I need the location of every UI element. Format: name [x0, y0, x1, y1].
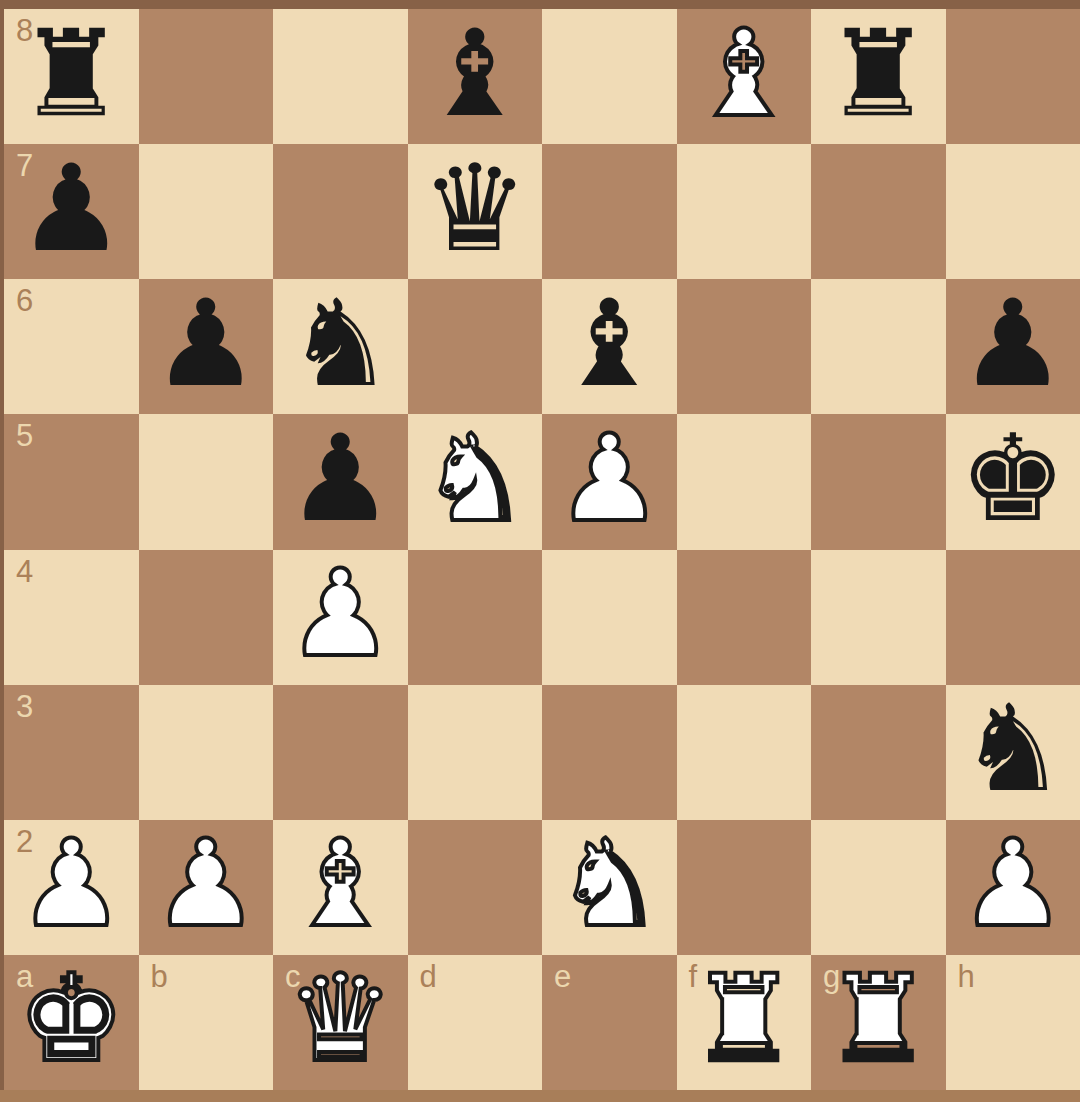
square-c6[interactable]: ♞: [273, 279, 408, 414]
square-f2[interactable]: [677, 820, 812, 955]
square-h8[interactable]: [946, 9, 1080, 144]
white-pawn[interactable]: ♟: [17, 824, 125, 944]
square-e5[interactable]: ♟: [542, 414, 677, 549]
square-a7[interactable]: 7♟: [4, 144, 139, 279]
square-g2[interactable]: [811, 820, 946, 955]
square-f5[interactable]: [677, 414, 812, 549]
square-f7[interactable]: [677, 144, 812, 279]
square-e6[interactable]: ♝: [542, 279, 677, 414]
square-c1[interactable]: c♛: [273, 955, 408, 1090]
square-h4[interactable]: [946, 550, 1080, 685]
white-knight[interactable]: ♞: [555, 824, 663, 944]
square-h5[interactable]: ♚: [946, 414, 1080, 549]
square-b1[interactable]: b: [139, 955, 274, 1090]
white-rook[interactable]: ♜: [824, 959, 932, 1079]
square-f4[interactable]: [677, 550, 812, 685]
square-d5[interactable]: ♞: [408, 414, 543, 549]
white-knight[interactable]: ♞: [421, 419, 529, 539]
file-label-d: d: [420, 961, 437, 992]
square-a8[interactable]: 8♜: [4, 9, 139, 144]
square-b2[interactable]: ♟: [139, 820, 274, 955]
square-c8[interactable]: [273, 9, 408, 144]
square-f8[interactable]: ♝: [677, 9, 812, 144]
white-pawn[interactable]: ♟: [959, 824, 1067, 944]
square-e2[interactable]: ♞: [542, 820, 677, 955]
black-bishop[interactable]: ♝: [555, 284, 663, 404]
black-pawn[interactable]: ♟: [959, 284, 1067, 404]
black-pawn[interactable]: ♟: [152, 284, 260, 404]
black-king[interactable]: ♚: [959, 419, 1067, 539]
square-a1[interactable]: a♚: [4, 955, 139, 1090]
square-g4[interactable]: [811, 550, 946, 685]
square-g1[interactable]: g♜: [811, 955, 946, 1090]
square-e1[interactable]: e: [542, 955, 677, 1090]
rank-label-6: 6: [16, 285, 33, 316]
black-rook[interactable]: ♜: [824, 14, 932, 134]
black-rook[interactable]: ♜: [17, 14, 125, 134]
square-c2[interactable]: ♝: [273, 820, 408, 955]
board-bottom-strip: [0, 1090, 1080, 1102]
rank-label-4: 4: [16, 556, 33, 587]
white-queen[interactable]: ♛: [286, 959, 394, 1079]
white-king[interactable]: ♚: [17, 959, 125, 1079]
square-a2[interactable]: 2♟: [4, 820, 139, 955]
square-f1[interactable]: f♜: [677, 955, 812, 1090]
square-a5[interactable]: 5: [4, 414, 139, 549]
square-b4[interactable]: [139, 550, 274, 685]
square-b7[interactable]: [139, 144, 274, 279]
file-label-b: b: [151, 961, 168, 992]
square-d3[interactable]: [408, 685, 543, 820]
square-a6[interactable]: 6: [4, 279, 139, 414]
square-d2[interactable]: [408, 820, 543, 955]
square-c7[interactable]: [273, 144, 408, 279]
chess-app: 8♜♝♝♜7♟♛6♟♞♝♟5♟♞♟♚4♟3♞2♟♟♝♞♟a♚bc♛def♜g♜h: [0, 0, 1080, 1102]
white-bishop[interactable]: ♝: [286, 824, 394, 944]
square-d6[interactable]: [408, 279, 543, 414]
rank-label-5: 5: [16, 420, 33, 451]
black-knight[interactable]: ♞: [959, 689, 1067, 809]
white-pawn[interactable]: ♟: [555, 419, 663, 539]
square-e4[interactable]: [542, 550, 677, 685]
chess-board: 8♜♝♝♜7♟♛6♟♞♝♟5♟♞♟♚4♟3♞2♟♟♝♞♟a♚bc♛def♜g♜h: [4, 9, 1080, 1090]
square-g7[interactable]: [811, 144, 946, 279]
square-f6[interactable]: [677, 279, 812, 414]
file-label-e: e: [554, 961, 571, 992]
square-g5[interactable]: [811, 414, 946, 549]
square-a4[interactable]: 4: [4, 550, 139, 685]
white-pawn[interactable]: ♟: [286, 554, 394, 674]
square-h6[interactable]: ♟: [946, 279, 1080, 414]
square-g3[interactable]: [811, 685, 946, 820]
square-d1[interactable]: d: [408, 955, 543, 1090]
square-c4[interactable]: ♟: [273, 550, 408, 685]
white-pawn[interactable]: ♟: [152, 824, 260, 944]
square-h2[interactable]: ♟: [946, 820, 1080, 955]
file-label-h: h: [958, 961, 975, 992]
square-b8[interactable]: [139, 9, 274, 144]
square-h1[interactable]: h: [946, 955, 1080, 1090]
black-pawn[interactable]: ♟: [286, 419, 394, 539]
square-e7[interactable]: [542, 144, 677, 279]
white-bishop[interactable]: ♝: [690, 14, 798, 134]
square-g6[interactable]: [811, 279, 946, 414]
square-a3[interactable]: 3: [4, 685, 139, 820]
square-h7[interactable]: [946, 144, 1080, 279]
square-d4[interactable]: [408, 550, 543, 685]
rank-label-3: 3: [16, 691, 33, 722]
square-h3[interactable]: ♞: [946, 685, 1080, 820]
white-rook[interactable]: ♜: [690, 959, 798, 1079]
square-c3[interactable]: [273, 685, 408, 820]
square-c5[interactable]: ♟: [273, 414, 408, 549]
square-f3[interactable]: [677, 685, 812, 820]
square-b6[interactable]: ♟: [139, 279, 274, 414]
square-d8[interactable]: ♝: [408, 9, 543, 144]
square-e8[interactable]: [542, 9, 677, 144]
square-g8[interactable]: ♜: [811, 9, 946, 144]
black-pawn[interactable]: ♟: [17, 149, 125, 269]
square-b5[interactable]: [139, 414, 274, 549]
square-d7[interactable]: ♛: [408, 144, 543, 279]
square-e3[interactable]: [542, 685, 677, 820]
black-knight[interactable]: ♞: [286, 284, 394, 404]
black-bishop[interactable]: ♝: [421, 14, 529, 134]
square-b3[interactable]: [139, 685, 274, 820]
black-queen[interactable]: ♛: [421, 149, 529, 269]
